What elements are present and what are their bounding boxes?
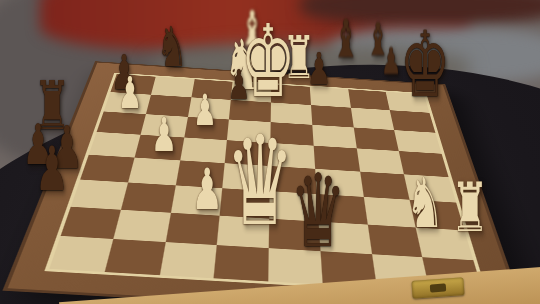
chess-photo-scene: ♞♚♜♟♚♟♟♟♟♛♛♞♜♝♞♝♝♟♟♟♜♟♟♟ — [0, 0, 540, 304]
brass-clasp-icon — [411, 277, 464, 299]
